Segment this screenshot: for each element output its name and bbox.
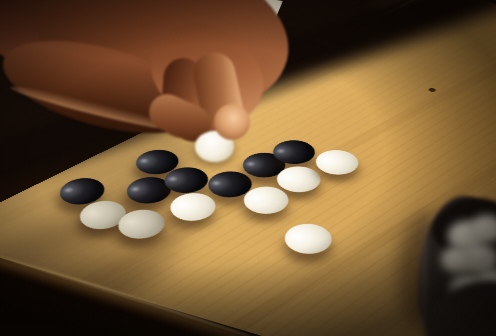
go-game-photo	[0, 0, 496, 336]
bowl-rim-highlight	[420, 212, 428, 330]
bowl-white-stone	[470, 215, 496, 243]
bowl-white-stone	[441, 247, 473, 273]
